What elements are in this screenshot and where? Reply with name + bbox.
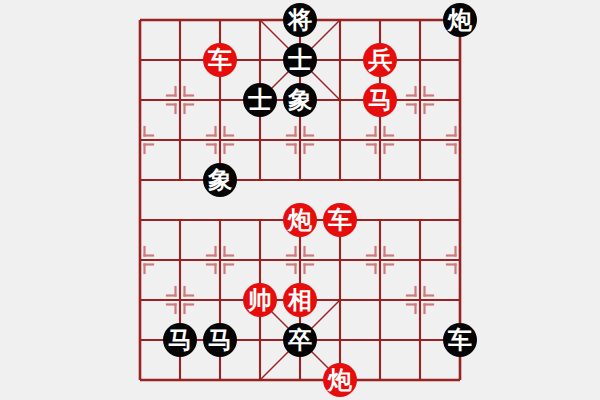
intersection-e1[interactable]: 士: [280, 40, 320, 80]
intersection-g7[interactable]: [360, 280, 400, 320]
piece-glyph: 马: [168, 323, 192, 357]
intersection-b4[interactable]: [160, 160, 200, 200]
intersection-a5[interactable]: [120, 200, 160, 240]
intersection-a8[interactable]: [120, 320, 160, 360]
intersection-h7[interactable]: [400, 280, 440, 320]
intersection-d2[interactable]: 士: [240, 80, 280, 120]
intersection-b0[interactable]: [160, 0, 200, 40]
intersection-c1[interactable]: 车: [200, 40, 240, 80]
intersection-g6[interactable]: [360, 240, 400, 280]
intersection-f2[interactable]: [320, 80, 360, 120]
intersection-i9[interactable]: [440, 360, 480, 400]
piece-red-soldier[interactable]: 兵: [363, 43, 397, 77]
piece-glyph: 卒: [288, 323, 312, 357]
intersection-f7[interactable]: [320, 280, 360, 320]
intersection-e6[interactable]: [280, 240, 320, 280]
piece-red-cannon[interactable]: 炮: [323, 363, 357, 397]
intersection-f1[interactable]: [320, 40, 360, 80]
intersection-f8[interactable]: [320, 320, 360, 360]
piece-glyph: 兵: [368, 43, 392, 77]
intersection-g0[interactable]: [360, 0, 400, 40]
intersection-e7[interactable]: 相: [280, 280, 320, 320]
piece-glyph: 象: [288, 83, 312, 117]
intersection-i6[interactable]: [440, 240, 480, 280]
intersection-e8[interactable]: 卒: [280, 320, 320, 360]
board-intersections: 将炮车士兵士象马象炮车帅相马马卒车炮: [120, 0, 480, 400]
piece-black-advisor[interactable]: 士: [243, 83, 277, 117]
intersection-b2[interactable]: [160, 80, 200, 120]
intersection-h9[interactable]: [400, 360, 440, 400]
intersection-c6[interactable]: [200, 240, 240, 280]
intersection-c3[interactable]: [200, 120, 240, 160]
intersection-c5[interactable]: [200, 200, 240, 240]
intersection-a7[interactable]: [120, 280, 160, 320]
intersection-b9[interactable]: [160, 360, 200, 400]
intersection-g9[interactable]: [360, 360, 400, 400]
intersection-b5[interactable]: [160, 200, 200, 240]
piece-red-cannon[interactable]: 炮: [283, 203, 317, 237]
intersection-g1[interactable]: 兵: [360, 40, 400, 80]
intersection-c7[interactable]: [200, 280, 240, 320]
intersection-c0[interactable]: [200, 0, 240, 40]
intersection-f0[interactable]: [320, 0, 360, 40]
intersection-d9[interactable]: [240, 360, 280, 400]
piece-glyph: 车: [328, 203, 352, 237]
piece-black-chariot[interactable]: 车: [443, 323, 477, 357]
intersection-a6[interactable]: [120, 240, 160, 280]
piece-red-horse[interactable]: 马: [363, 83, 397, 117]
intersection-h4[interactable]: [400, 160, 440, 200]
intersection-g5[interactable]: [360, 200, 400, 240]
intersection-c2[interactable]: [200, 80, 240, 120]
intersection-g3[interactable]: [360, 120, 400, 160]
intersection-b7[interactable]: [160, 280, 200, 320]
piece-black-elephant[interactable]: 象: [283, 83, 317, 117]
piece-glyph: 士: [248, 83, 272, 117]
intersection-e3[interactable]: [280, 120, 320, 160]
intersection-b6[interactable]: [160, 240, 200, 280]
intersection-e4[interactable]: [280, 160, 320, 200]
intersection-f5[interactable]: 车: [320, 200, 360, 240]
intersection-g8[interactable]: [360, 320, 400, 360]
intersection-e9[interactable]: [280, 360, 320, 400]
piece-glyph: 马: [208, 323, 232, 357]
intersection-a9[interactable]: [120, 360, 160, 400]
intersection-d6[interactable]: [240, 240, 280, 280]
intersection-i4[interactable]: [440, 160, 480, 200]
intersection-f9[interactable]: 炮: [320, 360, 360, 400]
intersection-b8[interactable]: 马: [160, 320, 200, 360]
intersection-d0[interactable]: [240, 0, 280, 40]
intersection-d8[interactable]: [240, 320, 280, 360]
piece-glyph: 帅: [248, 283, 272, 317]
intersection-h2[interactable]: [400, 80, 440, 120]
intersection-d3[interactable]: [240, 120, 280, 160]
intersection-h8[interactable]: [400, 320, 440, 360]
intersection-d4[interactable]: [240, 160, 280, 200]
intersection-f4[interactable]: [320, 160, 360, 200]
intersection-i5[interactable]: [440, 200, 480, 240]
piece-red-elephant[interactable]: 相: [283, 283, 317, 317]
intersection-h1[interactable]: [400, 40, 440, 80]
intersection-b3[interactable]: [160, 120, 200, 160]
intersection-e5[interactable]: 炮: [280, 200, 320, 240]
intersection-d7[interactable]: 帅: [240, 280, 280, 320]
intersection-f3[interactable]: [320, 120, 360, 160]
piece-black-horse[interactable]: 马: [203, 323, 237, 357]
intersection-d5[interactable]: [240, 200, 280, 240]
piece-red-general[interactable]: 帅: [243, 283, 277, 317]
intersection-f6[interactable]: [320, 240, 360, 280]
intersection-h5[interactable]: [400, 200, 440, 240]
intersection-i0[interactable]: 炮: [440, 0, 480, 40]
intersection-e0[interactable]: 将: [280, 0, 320, 40]
piece-glyph: 炮: [448, 3, 472, 37]
piece-red-chariot[interactable]: 车: [323, 203, 357, 237]
intersection-h6[interactable]: [400, 240, 440, 280]
intersection-c9[interactable]: [200, 360, 240, 400]
piece-black-soldier[interactable]: 卒: [283, 323, 317, 357]
piece-black-general[interactable]: 将: [283, 3, 317, 37]
piece-black-advisor[interactable]: 士: [283, 43, 317, 77]
intersection-h0[interactable]: [400, 0, 440, 40]
piece-glyph: 将: [288, 3, 312, 37]
piece-glyph: 相: [288, 283, 312, 317]
intersection-i1[interactable]: [440, 40, 480, 80]
intersection-e2[interactable]: 象: [280, 80, 320, 120]
intersection-g2[interactable]: 马: [360, 80, 400, 120]
piece-glyph: 马: [368, 83, 392, 117]
intersection-g4[interactable]: [360, 160, 400, 200]
piece-glyph: 炮: [288, 203, 312, 237]
piece-black-horse[interactable]: 马: [163, 323, 197, 357]
piece-glyph: 象: [208, 163, 232, 197]
intersection-c4[interactable]: 象: [200, 160, 240, 200]
intersection-i8[interactable]: 车: [440, 320, 480, 360]
piece-glyph: 炮: [328, 363, 352, 397]
piece-glyph: 士: [288, 43, 312, 77]
intersection-a4[interactable]: [120, 160, 160, 200]
intersection-b1[interactable]: [160, 40, 200, 80]
intersection-c8[interactable]: 马: [200, 320, 240, 360]
intersection-a0[interactable]: [120, 0, 160, 40]
intersection-a2[interactable]: [120, 80, 160, 120]
intersection-i7[interactable]: [440, 280, 480, 320]
piece-black-elephant[interactable]: 象: [203, 163, 237, 197]
intersection-d1[interactable]: [240, 40, 280, 80]
piece-glyph: 车: [448, 323, 472, 357]
intersection-a3[interactable]: [120, 120, 160, 160]
piece-black-cannon[interactable]: 炮: [443, 3, 477, 37]
intersection-i2[interactable]: [440, 80, 480, 120]
intersection-h3[interactable]: [400, 120, 440, 160]
xiangqi-board: 将炮车士兵士象马象炮车帅相马马卒车炮: [0, 0, 600, 400]
piece-glyph: 车: [208, 43, 232, 77]
intersection-i3[interactable]: [440, 120, 480, 160]
piece-red-chariot[interactable]: 车: [203, 43, 237, 77]
intersection-a1[interactable]: [120, 40, 160, 80]
